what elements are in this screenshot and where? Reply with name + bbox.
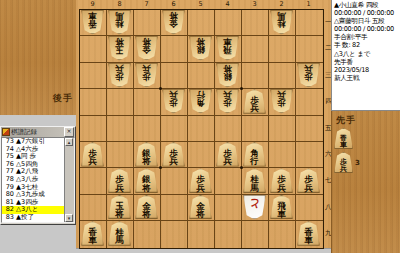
- scroll-up-icon[interactable]: ▴: [65, 138, 73, 146]
- kifu-move-83[interactable]: 83▲投了: [2, 214, 65, 222]
- kifu-move-list: 73▲7六銀引74△4六歩75▲同 歩76△5四角77▲2八飛78△3八歩79▲…: [1, 137, 75, 223]
- board-square-1-1[interactable]: [296, 10, 323, 36]
- board-square-3-5[interactable]: [242, 116, 269, 142]
- board-square-2-9[interactable]: [269, 221, 296, 247]
- board-square-3-9[interactable]: [242, 221, 269, 247]
- board-square-7-9[interactable]: [134, 221, 161, 247]
- hand-piece-count: 3: [355, 159, 360, 167]
- gote-tray-label: 後手: [53, 92, 73, 105]
- board-square-5-6[interactable]: [188, 142, 215, 168]
- info-line-6: △3八と まで: [334, 50, 400, 58]
- kifu-rows: 73▲7六銀引74△4六歩75▲同 歩76△5四角77▲2八飛78△3八歩79▲…: [2, 138, 65, 222]
- board-square-6-5[interactable]: [161, 116, 188, 142]
- board-square-6-3[interactable]: [161, 63, 188, 89]
- sente-tray-label: 先手: [336, 114, 356, 127]
- info-line-9: 新人王戦: [334, 74, 400, 82]
- board-square-4-7[interactable]: [215, 168, 242, 194]
- kifu-window: 棋譜記録 × 73▲7六銀引74△4六歩75▲同 歩76△5四角77▲2八飛78…: [0, 126, 76, 225]
- info-line-5: 手 数: 82: [334, 41, 400, 49]
- board-square-4-8[interactable]: [215, 195, 242, 221]
- board-square-6-8[interactable]: [161, 195, 188, 221]
- board-square-3-3[interactable]: [242, 63, 269, 89]
- board-square-9-2[interactable]: [80, 36, 107, 62]
- board-square-5-5[interactable]: [188, 116, 215, 142]
- file-label-6: 6: [160, 0, 187, 8]
- board-square-1-8[interactable]: [296, 195, 323, 221]
- board-square-8-4[interactable]: [107, 89, 134, 115]
- file-label-7: 7: [133, 0, 160, 8]
- sente-hand-pieces: 香車歩兵3: [334, 128, 360, 173]
- hoshi-dot: [159, 166, 162, 169]
- board-square-6-2[interactable]: [161, 36, 188, 62]
- board-square-8-5[interactable]: [107, 116, 134, 142]
- board-square-7-5[interactable]: [134, 116, 161, 142]
- board-square-9-8[interactable]: [80, 195, 107, 221]
- game-info-panel: ▲小山直希 四段00:00:00 / 00:00:00△齋藤明日斗 五段00:0…: [331, 0, 400, 111]
- info-line-8: 2023/05/18: [334, 66, 400, 74]
- board-square-9-4[interactable]: [80, 89, 107, 115]
- board-square-4-9[interactable]: [215, 221, 242, 247]
- board-square-9-7[interactable]: [80, 168, 107, 194]
- kifu-window-icon: [2, 128, 10, 136]
- info-line-3: 00:00:00 / 00:00:00: [334, 25, 400, 33]
- board-square-1-5[interactable]: [296, 116, 323, 142]
- board-square-5-1[interactable]: [188, 10, 215, 36]
- hand-piece-香[interactable]: 香車: [334, 128, 360, 149]
- board-square-1-4[interactable]: [296, 89, 323, 115]
- file-label-5: 5: [187, 0, 214, 8]
- file-label-9: 9: [79, 0, 106, 8]
- close-icon[interactable]: ×: [64, 127, 74, 137]
- gote-hand-tray: 後手: [0, 0, 77, 115]
- file-label-3: 3: [241, 0, 268, 8]
- file-label-1: 1: [295, 0, 322, 8]
- sente-hand-tray: 先手 香車歩兵3: [331, 111, 400, 253]
- hand-piece-歩[interactable]: 歩兵3: [334, 152, 360, 173]
- board-square-4-5[interactable]: [215, 116, 242, 142]
- board-square-4-1[interactable]: [215, 10, 242, 36]
- board-square-9-5[interactable]: [80, 116, 107, 142]
- board-square-6-7[interactable]: [161, 168, 188, 194]
- board-square-2-2[interactable]: [269, 36, 296, 62]
- board-square-3-2[interactable]: [242, 36, 269, 62]
- board-square-5-3[interactable]: [188, 63, 215, 89]
- info-line-0: ▲小山直希 四段: [334, 1, 400, 9]
- info-line-7: 先手番: [334, 58, 400, 66]
- kifu-window-title: 棋譜記録: [11, 128, 63, 137]
- hoshi-dot: [240, 166, 243, 169]
- file-label-2: 2: [268, 0, 295, 8]
- board-square-6-9[interactable]: [161, 221, 188, 247]
- board-square-7-4[interactable]: [134, 89, 161, 115]
- scroll-down-icon[interactable]: ▾: [65, 214, 73, 222]
- board-square-2-6[interactable]: [269, 142, 296, 168]
- board-square-8-6[interactable]: [107, 142, 134, 168]
- shogi-board-panel: 987654321 一二三四五六七八九 香車桂馬金将桂馬玉将金将銀将飛車歩兵歩兵…: [76, 0, 331, 249]
- info-line-1: 00:00:00 / 00:00:00: [334, 9, 400, 17]
- board-square-3-1[interactable]: [242, 10, 269, 36]
- board-square-2-5[interactable]: [269, 116, 296, 142]
- info-line-4: 手合割:平手: [334, 33, 400, 41]
- file-label-4: 4: [214, 0, 241, 8]
- hoshi-dot: [240, 87, 243, 90]
- file-label-8: 8: [106, 0, 133, 8]
- kifu-scrollbar[interactable]: ▴ ▾: [64, 138, 74, 222]
- board-square-9-3[interactable]: [80, 63, 107, 89]
- board-square-7-1[interactable]: [134, 10, 161, 36]
- board-square-1-2[interactable]: [296, 36, 323, 62]
- hoshi-dot: [159, 87, 162, 90]
- info-line-2: △齋藤明日斗 五段: [334, 17, 400, 25]
- kifu-title-bar[interactable]: 棋譜記録 ×: [1, 127, 75, 137]
- board-square-1-6[interactable]: [296, 142, 323, 168]
- board-square-2-3[interactable]: [269, 63, 296, 89]
- board-square-5-9[interactable]: [188, 221, 215, 247]
